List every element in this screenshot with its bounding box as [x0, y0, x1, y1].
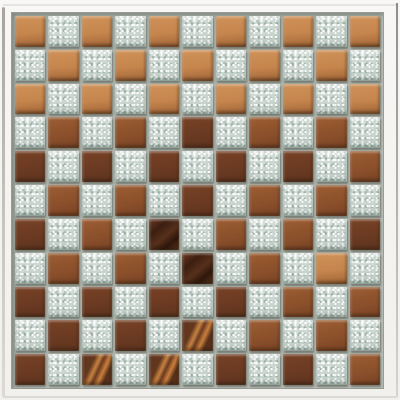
board-square — [249, 219, 279, 250]
frame-left-edge — [2, 7, 5, 397]
board-square — [82, 287, 112, 318]
board-square — [48, 287, 78, 318]
board-square — [149, 185, 179, 216]
board-square — [249, 151, 279, 182]
board-square — [15, 151, 45, 182]
board-square — [216, 151, 246, 182]
board-square — [283, 287, 313, 318]
board-square — [182, 117, 212, 148]
board-square — [149, 50, 179, 81]
board-square — [216, 253, 246, 284]
board-square — [216, 117, 246, 148]
board-square — [249, 354, 279, 385]
board-square — [149, 151, 179, 182]
board-square — [182, 320, 212, 351]
board-square — [316, 117, 346, 148]
board-square — [283, 354, 313, 385]
board-square — [48, 117, 78, 148]
board-square — [216, 50, 246, 81]
board-square — [182, 354, 212, 385]
board-square — [115, 185, 145, 216]
board-square — [15, 117, 45, 148]
board-square — [316, 253, 346, 284]
board-square — [15, 253, 45, 284]
board-square — [316, 320, 346, 351]
board-square — [350, 151, 380, 182]
board-square — [249, 253, 279, 284]
board-square — [149, 320, 179, 351]
board-square — [82, 354, 112, 385]
board-square — [15, 287, 45, 318]
board-square — [216, 84, 246, 115]
board-square — [316, 16, 346, 47]
board-square — [82, 117, 112, 148]
board-square — [82, 320, 112, 351]
board-square — [182, 151, 212, 182]
board-square — [115, 253, 145, 284]
board-square — [216, 185, 246, 216]
board-square — [48, 253, 78, 284]
board-square — [15, 84, 45, 115]
board-square — [350, 117, 380, 148]
board-square — [82, 219, 112, 250]
board-square — [48, 354, 78, 385]
board-square — [82, 253, 112, 284]
board-square — [82, 50, 112, 81]
board-square — [216, 287, 246, 318]
board-square — [283, 253, 313, 284]
board-square — [316, 50, 346, 81]
board-square — [82, 84, 112, 115]
board-square — [149, 354, 179, 385]
board-square — [316, 185, 346, 216]
board-square — [283, 84, 313, 115]
board-square — [216, 354, 246, 385]
board-square — [350, 84, 380, 115]
board-square — [283, 219, 313, 250]
mosaic-tile-photo — [0, 0, 400, 400]
board-square — [115, 84, 145, 115]
board-square — [149, 253, 179, 284]
board-square — [182, 84, 212, 115]
board-square — [216, 320, 246, 351]
board-square — [350, 320, 380, 351]
board-square — [149, 219, 179, 250]
board-square — [48, 50, 78, 81]
board-square — [350, 253, 380, 284]
board-square — [15, 354, 45, 385]
board-square — [283, 50, 313, 81]
board-square — [115, 219, 145, 250]
board-square — [350, 50, 380, 81]
board-square — [182, 219, 212, 250]
board-square — [249, 16, 279, 47]
board-square — [115, 50, 145, 81]
board-square — [249, 84, 279, 115]
board-square — [283, 320, 313, 351]
board-square — [182, 287, 212, 318]
board-square — [115, 287, 145, 318]
board-square — [350, 354, 380, 385]
board-square — [48, 84, 78, 115]
board-square — [82, 151, 112, 182]
board-square — [48, 151, 78, 182]
board-square — [350, 287, 380, 318]
board-square — [350, 185, 380, 216]
board-square — [48, 185, 78, 216]
board-square — [249, 185, 279, 216]
board-square — [249, 117, 279, 148]
board-square — [249, 287, 279, 318]
board-square — [216, 16, 246, 47]
board-square — [48, 16, 78, 47]
board-square — [316, 219, 346, 250]
board-square — [182, 253, 212, 284]
board-square — [149, 287, 179, 318]
board-square — [182, 16, 212, 47]
board-square — [15, 185, 45, 216]
board-square — [15, 16, 45, 47]
board-square — [283, 151, 313, 182]
board-square — [149, 16, 179, 47]
board-square — [182, 50, 212, 81]
board-square — [283, 117, 313, 148]
frame-right-edge — [396, 3, 398, 397]
board-square — [115, 117, 145, 148]
board-square — [115, 16, 145, 47]
board-square — [316, 287, 346, 318]
board-square — [350, 219, 380, 250]
board-square — [316, 151, 346, 182]
board-square — [115, 151, 145, 182]
board-square — [283, 185, 313, 216]
board-square — [249, 50, 279, 81]
board-square — [350, 16, 380, 47]
board-square — [115, 354, 145, 385]
board-square — [149, 84, 179, 115]
board-square — [283, 16, 313, 47]
board-square — [15, 320, 45, 351]
board-square — [149, 117, 179, 148]
board-square — [48, 219, 78, 250]
board-square — [15, 50, 45, 81]
board-square — [82, 185, 112, 216]
board-square — [316, 354, 346, 385]
board-square — [216, 219, 246, 250]
board-square — [82, 16, 112, 47]
board-square — [115, 320, 145, 351]
board-square — [48, 320, 78, 351]
frame-bottom-edge — [3, 396, 397, 398]
board-square — [316, 84, 346, 115]
checkerboard-mosaic-board — [11, 12, 384, 389]
board-square — [249, 320, 279, 351]
frame-top-edge — [3, 4, 397, 6]
board-square — [15, 219, 45, 250]
board-square — [182, 185, 212, 216]
